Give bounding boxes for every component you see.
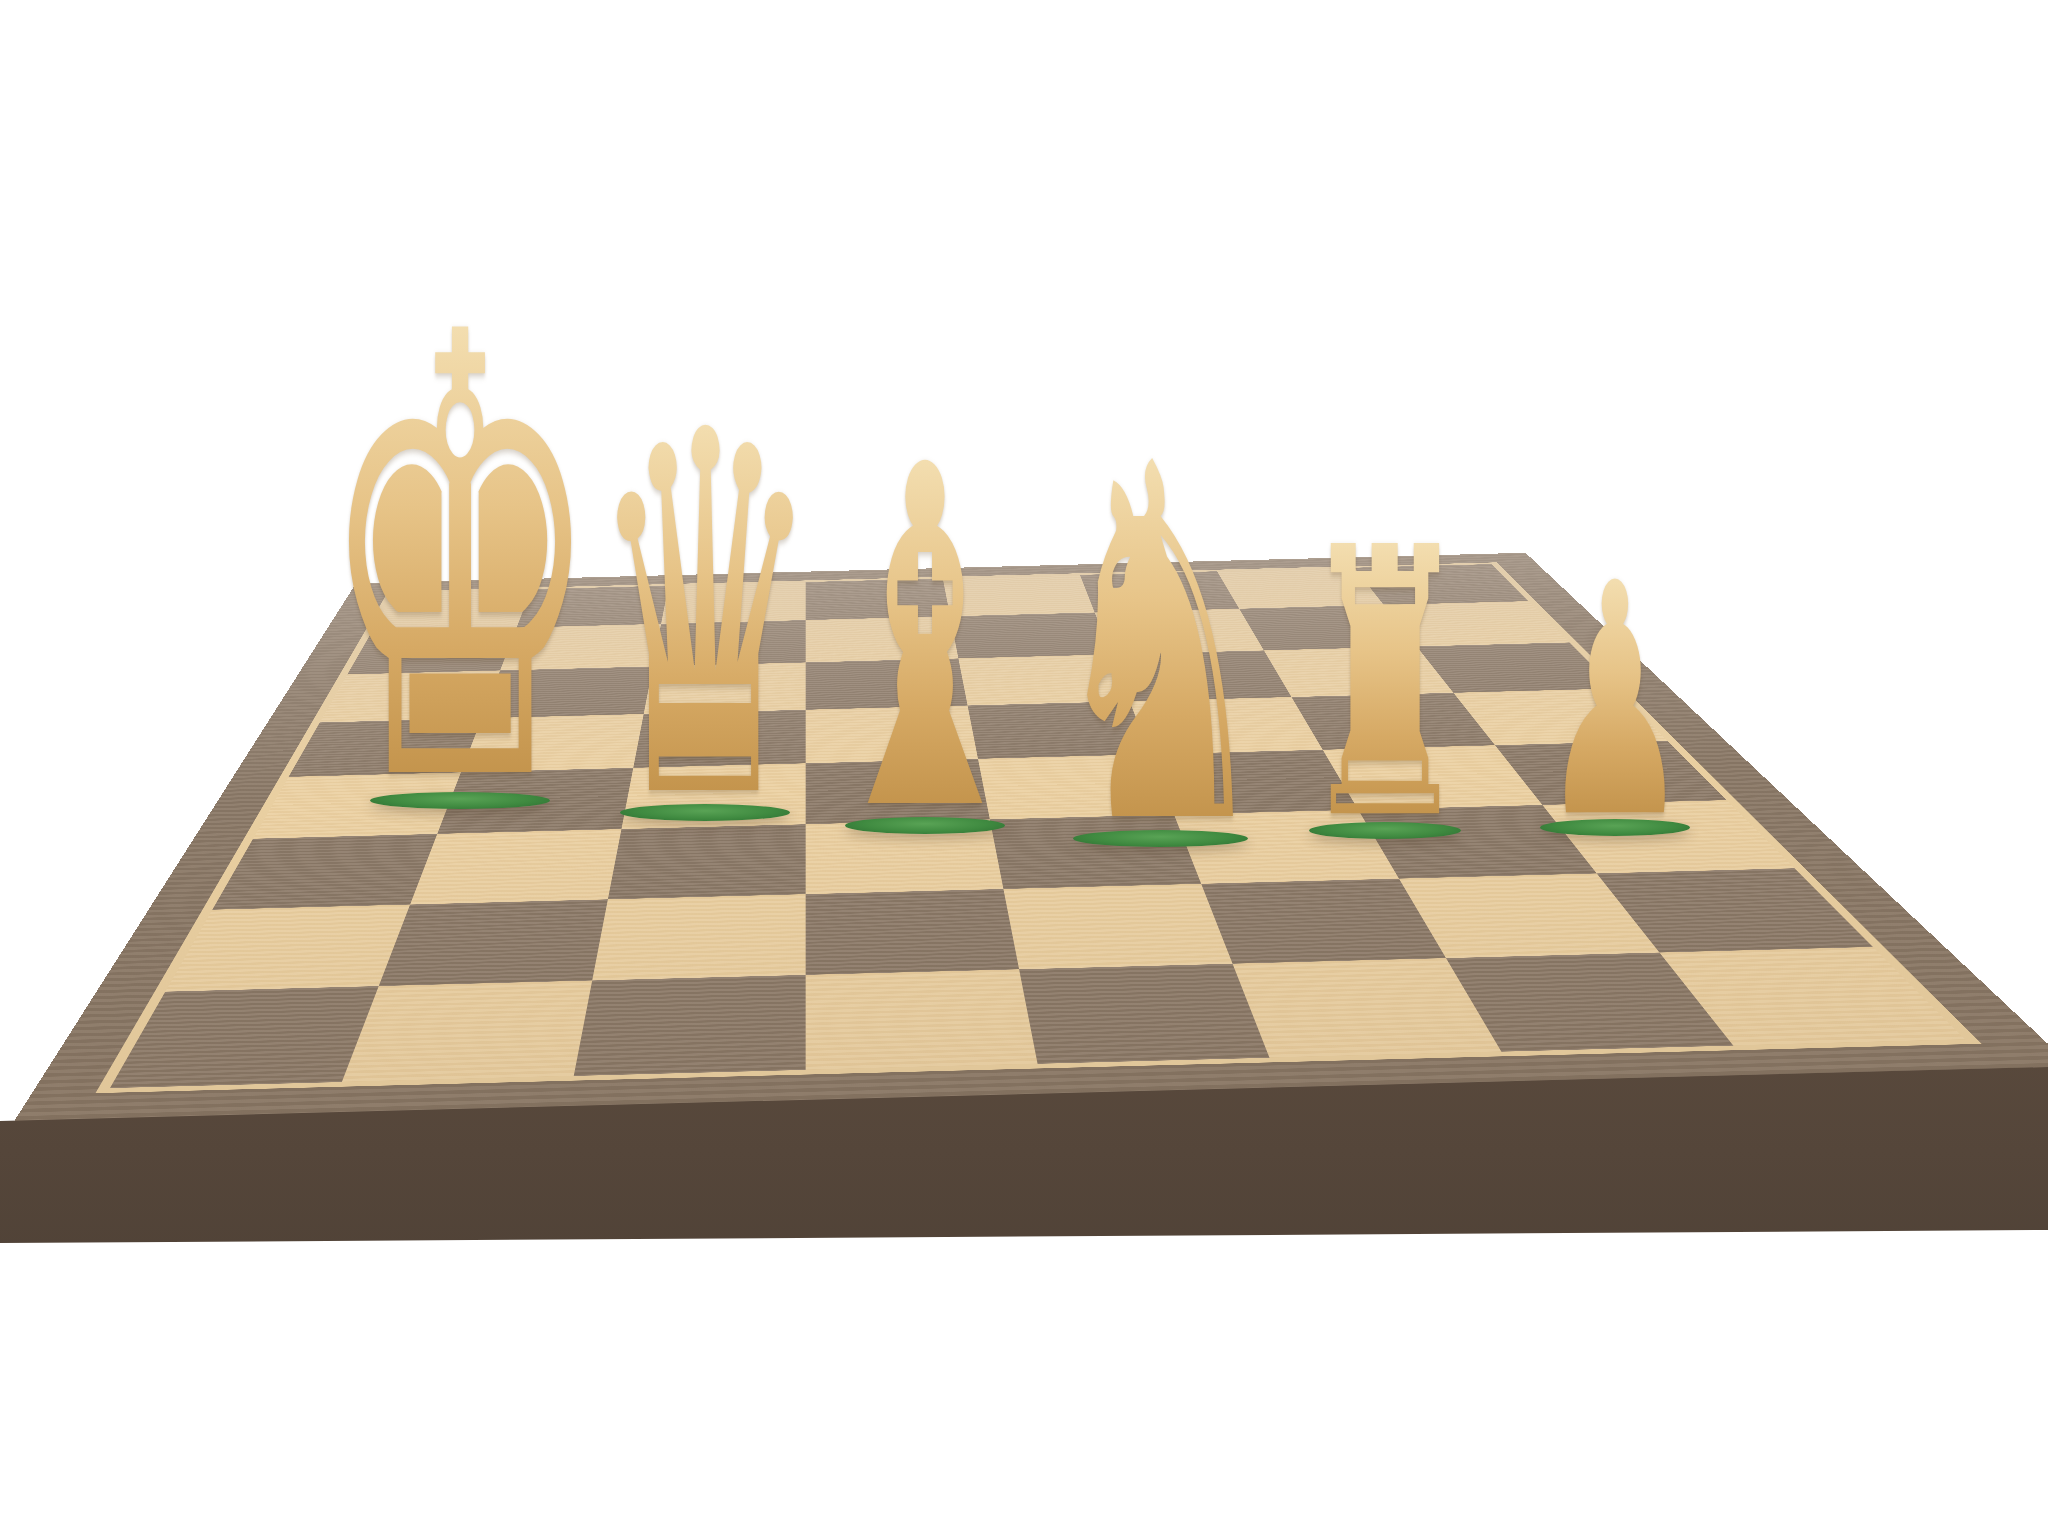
pieces-layer: ♚♛♝♞♜♟: [0, 0, 2048, 1535]
piece-felt-knight: [1073, 830, 1248, 847]
piece-felt-pawn: [1540, 819, 1690, 836]
piece-felt-rook: [1309, 822, 1461, 839]
piece-white-queen: ♛: [588, 422, 821, 812]
piece-white-bishop: ♝: [815, 458, 1034, 825]
piece-white-rook: ♜: [1299, 541, 1471, 830]
piece-felt-bishop: [845, 817, 1005, 834]
piece-white-knight: ♞: [1046, 456, 1274, 838]
chess-product-photo: ♚♛♝♞♜♟: [0, 0, 2048, 1535]
piece-felt-king: [370, 792, 550, 809]
piece-white-king: ♚: [318, 324, 602, 800]
piece-white-pawn: ♟: [1540, 577, 1689, 827]
piece-felt-queen: [620, 804, 790, 821]
